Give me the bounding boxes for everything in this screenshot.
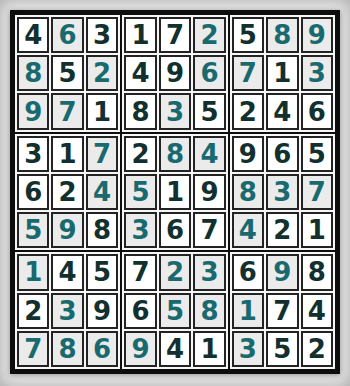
box-3-1: 145239786: [15, 252, 120, 369]
cell-r4c3[interactable]: 7: [86, 136, 118, 172]
cell-r9c4[interactable]: 9: [124, 331, 156, 367]
cell-r3c9[interactable]: 6: [301, 93, 333, 129]
cell-r1c9[interactable]: 9: [301, 17, 333, 53]
cell-r6c1[interactable]: 5: [17, 212, 49, 248]
sudoku-board: 4638529711724968355897132463176245982845…: [10, 10, 340, 374]
cell-r1c6[interactable]: 2: [193, 17, 225, 53]
cell-r2c3[interactable]: 2: [86, 55, 118, 91]
cell-r1c8[interactable]: 8: [266, 17, 298, 53]
cell-r7c6[interactable]: 3: [193, 254, 225, 290]
cell-r3c8[interactable]: 4: [266, 93, 298, 129]
cell-r7c3[interactable]: 5: [86, 254, 118, 290]
cell-r1c2[interactable]: 6: [51, 17, 83, 53]
cell-r8c2[interactable]: 3: [51, 293, 83, 329]
cell-r1c5[interactable]: 7: [159, 17, 191, 53]
cell-r9c2[interactable]: 8: [51, 331, 83, 367]
cell-r8c3[interactable]: 9: [86, 293, 118, 329]
box-1-2: 172496835: [122, 15, 227, 132]
cell-r7c7[interactable]: 6: [232, 254, 264, 290]
cell-r9c5[interactable]: 4: [159, 331, 191, 367]
cell-r7c5[interactable]: 2: [159, 254, 191, 290]
cell-r3c7[interactable]: 2: [232, 93, 264, 129]
cell-r6c5[interactable]: 6: [159, 212, 191, 248]
cell-r7c2[interactable]: 4: [51, 254, 83, 290]
cell-r4c9[interactable]: 5: [301, 136, 333, 172]
box-3-2: 723658941: [122, 252, 227, 369]
cell-r5c7[interactable]: 8: [232, 174, 264, 210]
cell-r2c6[interactable]: 6: [193, 55, 225, 91]
cell-r5c5[interactable]: 1: [159, 174, 191, 210]
cell-r3c6[interactable]: 5: [193, 93, 225, 129]
box-3-3: 698174352: [230, 252, 335, 369]
cell-r9c7[interactable]: 3: [232, 331, 264, 367]
cell-r4c4[interactable]: 2: [124, 136, 156, 172]
cell-r7c8[interactable]: 9: [266, 254, 298, 290]
box-2-3: 965837421: [230, 134, 335, 251]
cell-r5c4[interactable]: 5: [124, 174, 156, 210]
cell-r5c8[interactable]: 3: [266, 174, 298, 210]
cell-r4c7[interactable]: 9: [232, 136, 264, 172]
cell-r5c6[interactable]: 9: [193, 174, 225, 210]
page-background: 4638529711724968355897132463176245982845…: [0, 0, 350, 386]
cell-r2c4[interactable]: 4: [124, 55, 156, 91]
cell-r8c1[interactable]: 2: [17, 293, 49, 329]
cell-r6c4[interactable]: 3: [124, 212, 156, 248]
cell-r6c7[interactable]: 4: [232, 212, 264, 248]
cell-r3c2[interactable]: 7: [51, 93, 83, 129]
cell-r8c5[interactable]: 5: [159, 293, 191, 329]
cell-r5c1[interactable]: 6: [17, 174, 49, 210]
cell-r6c3[interactable]: 8: [86, 212, 118, 248]
box-2-1: 317624598: [15, 134, 120, 251]
cell-r8c6[interactable]: 8: [193, 293, 225, 329]
cell-r2c7[interactable]: 7: [232, 55, 264, 91]
cell-r8c8[interactable]: 7: [266, 293, 298, 329]
cell-r2c2[interactable]: 5: [51, 55, 83, 91]
cell-r3c3[interactable]: 1: [86, 93, 118, 129]
cell-r9c1[interactable]: 7: [17, 331, 49, 367]
cell-r1c3[interactable]: 3: [86, 17, 118, 53]
cell-r6c6[interactable]: 7: [193, 212, 225, 248]
cell-r9c3[interactable]: 6: [86, 331, 118, 367]
cell-r9c6[interactable]: 1: [193, 331, 225, 367]
cell-r3c1[interactable]: 9: [17, 93, 49, 129]
cell-r5c3[interactable]: 4: [86, 174, 118, 210]
cell-r8c7[interactable]: 1: [232, 293, 264, 329]
cell-r7c1[interactable]: 1: [17, 254, 49, 290]
cell-r6c8[interactable]: 2: [266, 212, 298, 248]
cell-r4c8[interactable]: 6: [266, 136, 298, 172]
cell-r1c1[interactable]: 4: [17, 17, 49, 53]
cell-r7c9[interactable]: 8: [301, 254, 333, 290]
cell-r2c9[interactable]: 3: [301, 55, 333, 91]
cell-r2c1[interactable]: 8: [17, 55, 49, 91]
cell-r3c4[interactable]: 8: [124, 93, 156, 129]
cell-r4c6[interactable]: 4: [193, 136, 225, 172]
cell-r6c9[interactable]: 1: [301, 212, 333, 248]
cell-r8c4[interactable]: 6: [124, 293, 156, 329]
cell-r3c5[interactable]: 3: [159, 93, 191, 129]
box-1-3: 589713246: [230, 15, 335, 132]
cell-r7c4[interactable]: 7: [124, 254, 156, 290]
box-2-2: 284519367: [122, 134, 227, 251]
cell-r2c5[interactable]: 9: [159, 55, 191, 91]
cell-r9c9[interactable]: 2: [301, 331, 333, 367]
box-1-1: 463852971: [15, 15, 120, 132]
cell-r4c5[interactable]: 8: [159, 136, 191, 172]
cell-r5c9[interactable]: 7: [301, 174, 333, 210]
cell-r4c2[interactable]: 1: [51, 136, 83, 172]
cell-r1c7[interactable]: 5: [232, 17, 264, 53]
cell-r8c9[interactable]: 4: [301, 293, 333, 329]
cell-r2c8[interactable]: 1: [266, 55, 298, 91]
cell-r5c2[interactable]: 2: [51, 174, 83, 210]
cell-r4c1[interactable]: 3: [17, 136, 49, 172]
cell-r1c4[interactable]: 1: [124, 17, 156, 53]
cell-r9c8[interactable]: 5: [266, 331, 298, 367]
cell-r6c2[interactable]: 9: [51, 212, 83, 248]
